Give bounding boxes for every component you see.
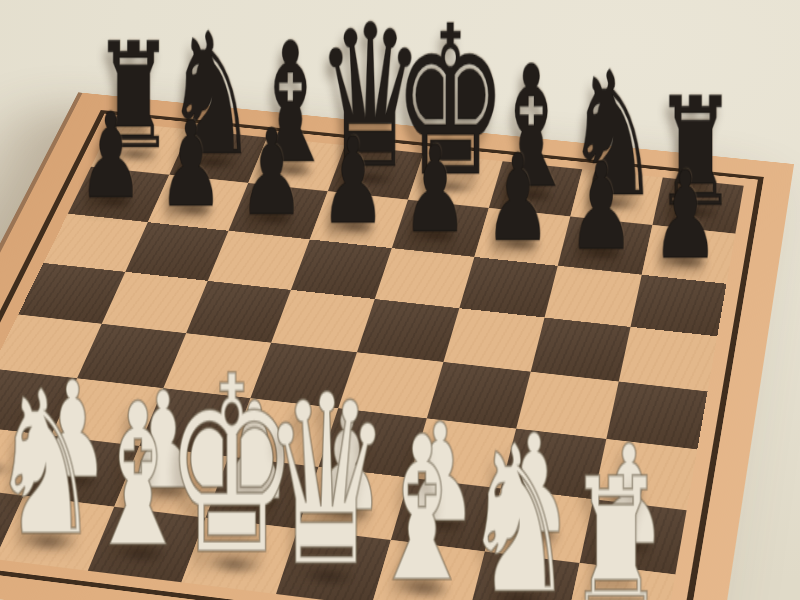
white-bishop[interactable]: ♝ [367,419,477,600]
chess-scene: ♜♞♝♛♚♝♞♜♟♟♟♟♟♟♟♟♟♟♟♟♟♟♟♟♜♞♝♚♛♝♞♜ [0,0,800,600]
square-h7[interactable]: ♟ [642,225,736,284]
white-knight[interactable]: ♞ [462,427,574,600]
square-h5[interactable] [619,327,717,392]
square-e7[interactable]: ♟ [392,200,489,257]
square-g6[interactable] [545,266,642,327]
square-a6[interactable] [44,214,148,272]
black-pawn[interactable]: ♟ [568,152,635,263]
black-pawn[interactable]: ♟ [402,135,468,245]
square-h6[interactable] [631,275,727,337]
board-perspective-wrap: ♜♞♝♛♚♝♞♜♟♟♟♟♟♟♟♟♟♟♟♟♟♟♟♟♜♞♝♚♛♝♞♜ [0,0,800,600]
board-grid: ♜♞♝♛♚♝♞♜♟♟♟♟♟♟♟♟♟♟♟♟♟♟♟♟♜♞♝♚♛♝♞♜ [0,122,744,600]
black-pawn[interactable]: ♟ [78,103,143,212]
square-d7[interactable]: ♟ [310,191,408,248]
white-rook[interactable]: ♜ [567,463,665,600]
black-pawn[interactable]: ♟ [320,127,386,237]
square-g1[interactable]: ♞ [468,551,580,600]
square-e6[interactable] [375,248,475,308]
black-pawn[interactable]: ♟ [158,111,223,220]
square-f5[interactable] [443,308,544,371]
square-g5[interactable] [531,317,631,381]
black-pawn[interactable]: ♟ [652,161,719,273]
square-f7[interactable]: ♟ [474,208,570,266]
chess-board: ♜♞♝♛♚♝♞♜♟♟♟♟♟♟♟♟♟♟♟♟♟♟♟♟♜♞♝♚♛♝♞♜ [0,92,794,600]
black-pawn[interactable]: ♟ [485,144,551,255]
black-pawn[interactable]: ♟ [239,119,304,229]
square-f6[interactable] [459,257,557,318]
square-g7[interactable]: ♟ [558,216,653,274]
square-d6[interactable] [291,239,392,299]
square-h1[interactable]: ♜ [565,563,675,600]
